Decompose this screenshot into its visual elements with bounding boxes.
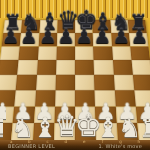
piece-black-pawn[interactable]: ♟: [20, 26, 38, 46]
square-h4[interactable]: [133, 75, 150, 90]
square-g4[interactable]: [113, 75, 134, 90]
file-label-e: e: [75, 140, 93, 144]
piece-black-pawn[interactable]: ♟: [130, 26, 148, 46]
square-d4[interactable]: [55, 75, 75, 90]
square-h6[interactable]: [130, 46, 150, 60]
square-f5[interactable]: [94, 60, 114, 75]
piece-black-pawn[interactable]: ♟: [93, 26, 111, 46]
square-c4[interactable]: [36, 75, 56, 90]
square-d5[interactable]: [56, 60, 75, 75]
square-h7[interactable]: ♟: [129, 33, 149, 46]
piece-white-queen[interactable]: ♛: [54, 112, 75, 141]
piece-black-pawn[interactable]: ♟: [112, 26, 130, 46]
move-indicator: 1. White's move: [99, 144, 142, 149]
square-e5[interactable]: [75, 60, 94, 75]
square-c5[interactable]: [37, 60, 57, 75]
piece-black-pawn[interactable]: ♟: [57, 26, 75, 46]
square-f6[interactable]: [93, 46, 112, 60]
square-c6[interactable]: [37, 46, 56, 60]
square-h5[interactable]: [131, 60, 150, 75]
square-e1[interactable]: ♚: [75, 123, 96, 141]
square-a6[interactable]: [0, 46, 20, 60]
piece-white-knight[interactable]: ♞: [11, 115, 32, 141]
square-c1[interactable]: ♝: [33, 123, 55, 141]
square-a7[interactable]: ♟: [2, 33, 22, 46]
square-e6[interactable]: [75, 46, 94, 60]
square-f4[interactable]: [94, 75, 114, 90]
piece-white-rook[interactable]: ♜: [0, 116, 11, 141]
square-g5[interactable]: [113, 60, 133, 75]
square-g7[interactable]: ♟: [111, 33, 130, 46]
square-f1[interactable]: ♝: [96, 123, 118, 141]
square-e7[interactable]: ♟: [75, 33, 93, 46]
square-b4[interactable]: [16, 75, 37, 90]
chess-board[interactable]: ♜♞♝♛♚♝♞♜♟♟♟♟♟♟♟♟♟♟♟♟♟♟♟♟♜♞♝♛♚♝♞♜: [0, 20, 150, 141]
piece-white-bishop[interactable]: ♝: [33, 114, 54, 141]
piece-white-king[interactable]: ♚: [75, 111, 96, 141]
square-g6[interactable]: [112, 46, 132, 60]
level-label: BEGINNER LEVEL: [8, 144, 55, 149]
square-c7[interactable]: ♟: [38, 33, 57, 46]
square-a5[interactable]: [0, 60, 19, 75]
square-d7[interactable]: ♟: [57, 33, 75, 46]
square-e4[interactable]: [75, 75, 95, 90]
square-a4[interactable]: [0, 75, 17, 90]
piece-white-bishop[interactable]: ♝: [96, 114, 117, 141]
square-b6[interactable]: [19, 46, 39, 60]
piece-white-rook[interactable]: ♜: [139, 116, 150, 141]
square-f7[interactable]: ♟: [93, 33, 112, 46]
square-b7[interactable]: ♟: [20, 33, 39, 46]
piece-black-pawn[interactable]: ♟: [38, 26, 56, 46]
piece-black-pawn[interactable]: ♟: [75, 26, 93, 46]
piece-black-pawn[interactable]: ♟: [2, 26, 20, 46]
chess-game-screen: ♜♞♝♛♚♝♞♜♟♟♟♟♟♟♟♟♟♟♟♟♟♟♟♟♜♞♝♛♚♝♞♜ abcdefg…: [0, 0, 150, 150]
status-bar: abcdefgh BEGINNER LEVEL 1. White's move: [0, 140, 150, 150]
piece-white-knight[interactable]: ♞: [118, 115, 139, 141]
file-label-d: d: [57, 140, 75, 144]
square-b5[interactable]: [17, 60, 37, 75]
square-d6[interactable]: [56, 46, 75, 60]
